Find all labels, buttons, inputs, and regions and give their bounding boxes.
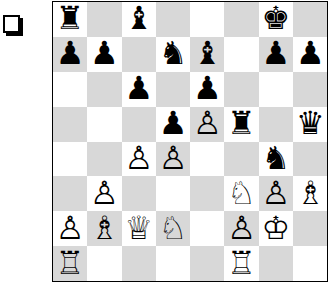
square-g2[interactable]: ♔ <box>259 211 293 246</box>
square-f5[interactable]: ♜ <box>224 107 258 142</box>
square-b4[interactable] <box>87 142 121 177</box>
piece-black-rook: ♜ <box>227 107 256 139</box>
piece-white-bishop: ♗ <box>90 212 119 244</box>
square-a3[interactable] <box>53 176 87 211</box>
square-b3[interactable]: ♙ <box>87 176 121 211</box>
piece-white-queen: ♕ <box>124 212 153 244</box>
square-h7[interactable]: ♟ <box>293 37 327 72</box>
square-c3[interactable] <box>122 176 156 211</box>
square-h8[interactable] <box>293 2 327 37</box>
piece-black-rook: ♜ <box>56 2 85 34</box>
square-c6[interactable]: ♟ <box>122 72 156 107</box>
square-b8[interactable] <box>87 2 121 37</box>
square-e4[interactable] <box>190 142 224 177</box>
piece-white-pawn: ♙ <box>56 212 85 244</box>
square-e2[interactable] <box>190 211 224 246</box>
piece-black-pawn: ♟ <box>296 37 325 69</box>
piece-white-pawn: ♙ <box>90 177 119 209</box>
square-d2[interactable]: ♘ <box>156 211 190 246</box>
square-d4[interactable]: ♙ <box>156 142 190 177</box>
piece-white-pawn: ♙ <box>227 212 256 244</box>
square-f6[interactable] <box>224 72 258 107</box>
square-h4[interactable] <box>293 142 327 177</box>
piece-white-king: ♔ <box>262 212 291 244</box>
piece-white-knight: ♘ <box>159 212 188 244</box>
piece-white-pawn: ♙ <box>193 107 222 139</box>
square-f8[interactable] <box>224 2 258 37</box>
square-e1[interactable] <box>190 246 224 281</box>
square-a6[interactable] <box>53 72 87 107</box>
square-a1[interactable]: ♖ <box>53 246 87 281</box>
white-to-move-indicator <box>3 15 20 33</box>
square-d5[interactable]: ♟ <box>156 107 190 142</box>
piece-black-king: ♚ <box>262 2 291 34</box>
square-g8[interactable]: ♚ <box>259 2 293 37</box>
square-g6[interactable] <box>259 72 293 107</box>
square-h2[interactable] <box>293 211 327 246</box>
square-g4[interactable]: ♞ <box>259 142 293 177</box>
piece-black-knight: ♞ <box>159 37 188 69</box>
square-h3[interactable]: ♗ <box>293 176 327 211</box>
piece-white-knight: ♘ <box>227 177 256 209</box>
square-a7[interactable]: ♟ <box>53 37 87 72</box>
square-c7[interactable] <box>122 37 156 72</box>
square-c4[interactable]: ♙ <box>122 142 156 177</box>
square-c1[interactable] <box>122 246 156 281</box>
square-f3[interactable]: ♘ <box>224 176 258 211</box>
square-h6[interactable] <box>293 72 327 107</box>
square-b6[interactable] <box>87 72 121 107</box>
square-h1[interactable] <box>293 246 327 281</box>
piece-black-bishop: ♝ <box>193 37 222 69</box>
square-a2[interactable]: ♙ <box>53 211 87 246</box>
piece-black-knight: ♞ <box>262 142 291 174</box>
square-c8[interactable]: ♝ <box>122 2 156 37</box>
square-a8[interactable]: ♜ <box>53 2 87 37</box>
square-c2[interactable]: ♕ <box>122 211 156 246</box>
square-b1[interactable] <box>87 246 121 281</box>
square-f7[interactable] <box>224 37 258 72</box>
chess-board: ♜♝♚♟♟♞♝♟♟♟♟♟♙♜♛♙♙♞♙♘♙♗♙♗♕♘♙♔♖♖ <box>52 1 328 282</box>
square-e5[interactable]: ♙ <box>190 107 224 142</box>
square-d8[interactable] <box>156 2 190 37</box>
piece-white-rook: ♖ <box>56 247 85 279</box>
square-g7[interactable]: ♟ <box>259 37 293 72</box>
square-a5[interactable] <box>53 107 87 142</box>
square-e7[interactable]: ♝ <box>190 37 224 72</box>
piece-black-pawn: ♟ <box>159 107 188 139</box>
piece-black-pawn: ♟ <box>193 72 222 104</box>
piece-white-pawn: ♙ <box>262 177 291 209</box>
square-g1[interactable] <box>259 246 293 281</box>
square-d3[interactable] <box>156 176 190 211</box>
chess-diagram: ♜♝♚♟♟♞♝♟♟♟♟♟♙♜♛♙♙♞♙♘♙♗♙♗♕♘♙♔♖♖ <box>0 0 330 285</box>
piece-white-bishop: ♗ <box>296 177 325 209</box>
square-c5[interactable] <box>122 107 156 142</box>
square-d6[interactable] <box>156 72 190 107</box>
piece-white-pawn: ♙ <box>159 142 188 174</box>
piece-black-bishop: ♝ <box>124 2 153 34</box>
square-b2[interactable]: ♗ <box>87 211 121 246</box>
square-f2[interactable]: ♙ <box>224 211 258 246</box>
square-e8[interactable] <box>190 2 224 37</box>
square-h5[interactable]: ♛ <box>293 107 327 142</box>
piece-black-pawn: ♟ <box>56 37 85 69</box>
square-e3[interactable] <box>190 176 224 211</box>
piece-black-pawn: ♟ <box>124 72 153 104</box>
square-e6[interactable]: ♟ <box>190 72 224 107</box>
piece-black-queen: ♛ <box>296 107 325 139</box>
square-b7[interactable]: ♟ <box>87 37 121 72</box>
square-g5[interactable] <box>259 107 293 142</box>
square-d7[interactable]: ♞ <box>156 37 190 72</box>
piece-white-pawn: ♙ <box>124 142 153 174</box>
square-b5[interactable] <box>87 107 121 142</box>
square-f1[interactable]: ♖ <box>224 246 258 281</box>
piece-white-rook: ♖ <box>227 247 256 279</box>
square-g3[interactable]: ♙ <box>259 176 293 211</box>
square-d1[interactable] <box>156 246 190 281</box>
square-f4[interactable] <box>224 142 258 177</box>
piece-black-pawn: ♟ <box>262 37 291 69</box>
piece-black-pawn: ♟ <box>90 37 119 69</box>
square-a4[interactable] <box>53 142 87 177</box>
